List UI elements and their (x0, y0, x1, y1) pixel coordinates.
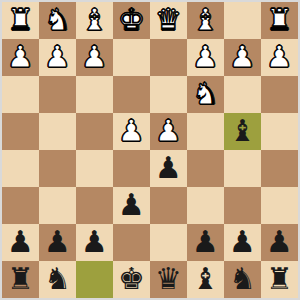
black-pawn[interactable]: ♟ (2, 224, 39, 261)
white-knight[interactable]: ♞ (187, 76, 224, 113)
chess-board: ♜♞♝♚♛♝♜♟♟♟♟♟♟♞♟♟♝♟♟♟♟♟♟♟♟♜♞♚♛♝♞♜ (2, 2, 298, 298)
square-f5[interactable] (76, 150, 113, 187)
square-h4[interactable] (2, 113, 39, 150)
square-h6[interactable] (2, 187, 39, 224)
square-e8[interactable]: ♚ (113, 261, 150, 298)
square-e2[interactable] (113, 39, 150, 76)
square-a8[interactable]: ♜ (261, 261, 298, 298)
black-knight[interactable]: ♞ (224, 261, 261, 298)
square-a2[interactable]: ♟ (261, 39, 298, 76)
square-b8[interactable]: ♞ (224, 261, 261, 298)
square-f3[interactable] (76, 76, 113, 113)
square-a3[interactable] (261, 76, 298, 113)
square-d2[interactable] (150, 39, 187, 76)
square-h5[interactable] (2, 150, 39, 187)
square-e7[interactable] (113, 224, 150, 261)
square-h3[interactable] (2, 76, 39, 113)
square-h2[interactable]: ♟ (2, 39, 39, 76)
square-f1[interactable]: ♝ (76, 2, 113, 39)
square-h8[interactable]: ♜ (2, 261, 39, 298)
black-rook[interactable]: ♜ (2, 261, 39, 298)
black-king[interactable]: ♚ (113, 261, 150, 298)
square-b4[interactable]: ♝ (224, 113, 261, 150)
white-knight[interactable]: ♞ (39, 2, 76, 39)
square-e6[interactable]: ♟ (113, 187, 150, 224)
white-pawn[interactable]: ♟ (2, 39, 39, 76)
square-g1[interactable]: ♞ (39, 2, 76, 39)
square-a6[interactable] (261, 187, 298, 224)
white-pawn[interactable]: ♟ (187, 39, 224, 76)
black-bishop[interactable]: ♝ (187, 261, 224, 298)
square-d5[interactable]: ♟ (150, 150, 187, 187)
square-d6[interactable] (150, 187, 187, 224)
black-rook[interactable]: ♜ (261, 261, 298, 298)
square-c6[interactable] (187, 187, 224, 224)
black-pawn[interactable]: ♟ (150, 150, 187, 187)
white-pawn[interactable]: ♟ (224, 39, 261, 76)
square-e3[interactable] (113, 76, 150, 113)
square-c7[interactable]: ♟ (187, 224, 224, 261)
square-c5[interactable] (187, 150, 224, 187)
square-h1[interactable]: ♜ (2, 2, 39, 39)
white-king[interactable]: ♚ (113, 2, 150, 39)
black-pawn[interactable]: ♟ (261, 224, 298, 261)
black-pawn[interactable]: ♟ (113, 187, 150, 224)
square-a7[interactable]: ♟ (261, 224, 298, 261)
square-b1[interactable] (224, 2, 261, 39)
white-bishop[interactable]: ♝ (187, 2, 224, 39)
black-queen[interactable]: ♛ (150, 261, 187, 298)
square-b6[interactable] (224, 187, 261, 224)
square-b3[interactable] (224, 76, 261, 113)
square-a4[interactable] (261, 113, 298, 150)
white-pawn[interactable]: ♟ (261, 39, 298, 76)
white-pawn[interactable]: ♟ (113, 113, 150, 150)
square-c3[interactable]: ♞ (187, 76, 224, 113)
square-f7[interactable]: ♟ (76, 224, 113, 261)
square-f8[interactable] (76, 261, 113, 298)
square-d3[interactable] (150, 76, 187, 113)
square-f4[interactable] (76, 113, 113, 150)
white-rook[interactable]: ♜ (261, 2, 298, 39)
black-pawn[interactable]: ♟ (224, 224, 261, 261)
square-e4[interactable]: ♟ (113, 113, 150, 150)
square-g6[interactable] (39, 187, 76, 224)
square-c8[interactable]: ♝ (187, 261, 224, 298)
square-g4[interactable] (39, 113, 76, 150)
black-pawn[interactable]: ♟ (76, 224, 113, 261)
square-c1[interactable]: ♝ (187, 2, 224, 39)
square-d7[interactable] (150, 224, 187, 261)
square-h7[interactable]: ♟ (2, 224, 39, 261)
white-bishop[interactable]: ♝ (76, 2, 113, 39)
square-g2[interactable]: ♟ (39, 39, 76, 76)
square-c2[interactable]: ♟ (187, 39, 224, 76)
square-g3[interactable] (39, 76, 76, 113)
board-frame: ♜♞♝♚♛♝♜♟♟♟♟♟♟♞♟♟♝♟♟♟♟♟♟♟♟♜♞♚♛♝♞♜ (0, 0, 300, 300)
square-d1[interactable]: ♛ (150, 2, 187, 39)
square-g7[interactable]: ♟ (39, 224, 76, 261)
square-d4[interactable]: ♟ (150, 113, 187, 150)
black-bishop[interactable]: ♝ (224, 113, 261, 150)
square-g8[interactable]: ♞ (39, 261, 76, 298)
black-knight[interactable]: ♞ (39, 261, 76, 298)
white-pawn[interactable]: ♟ (76, 39, 113, 76)
square-c4[interactable] (187, 113, 224, 150)
square-b2[interactable]: ♟ (224, 39, 261, 76)
square-f6[interactable] (76, 187, 113, 224)
square-a1[interactable]: ♜ (261, 2, 298, 39)
white-rook[interactable]: ♜ (2, 2, 39, 39)
square-f2[interactable]: ♟ (76, 39, 113, 76)
square-b5[interactable] (224, 150, 261, 187)
square-a5[interactable] (261, 150, 298, 187)
black-pawn[interactable]: ♟ (39, 224, 76, 261)
square-e5[interactable] (113, 150, 150, 187)
white-pawn[interactable]: ♟ (39, 39, 76, 76)
white-pawn[interactable]: ♟ (150, 113, 187, 150)
square-d8[interactable]: ♛ (150, 261, 187, 298)
white-queen[interactable]: ♛ (150, 2, 187, 39)
square-b7[interactable]: ♟ (224, 224, 261, 261)
square-g5[interactable] (39, 150, 76, 187)
square-e1[interactable]: ♚ (113, 2, 150, 39)
black-pawn[interactable]: ♟ (187, 224, 224, 261)
